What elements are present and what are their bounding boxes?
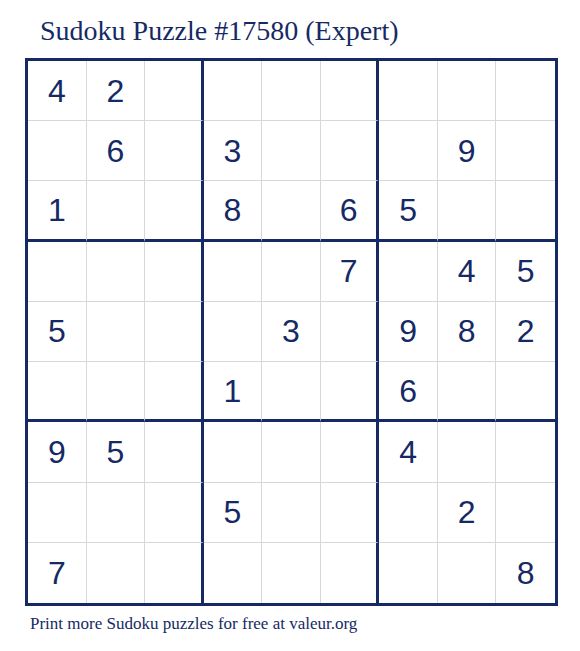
- cell-r4c6[interactable]: 7: [321, 242, 380, 302]
- cell-r3c4[interactable]: 8: [204, 181, 263, 241]
- cell-r6c5[interactable]: [262, 362, 321, 422]
- cell-r4c7[interactable]: [379, 242, 438, 302]
- page-title: Sudoku Puzzle #17580 (Expert): [40, 14, 399, 48]
- cell-r5c8[interactable]: 8: [438, 302, 497, 362]
- cell-r9c8[interactable]: [438, 543, 497, 603]
- cell-r8c9[interactable]: [496, 483, 555, 543]
- cell-r2c3[interactable]: [145, 121, 204, 181]
- cell-r6c4[interactable]: 1: [204, 362, 263, 422]
- cell-r7c5[interactable]: [262, 422, 321, 482]
- cell-r2c4[interactable]: 3: [204, 121, 263, 181]
- cell-r1c2[interactable]: 2: [87, 61, 146, 121]
- cell-r5c2[interactable]: [87, 302, 146, 362]
- cell-r9c9[interactable]: 8: [496, 543, 555, 603]
- cell-r8c7[interactable]: [379, 483, 438, 543]
- cell-r8c8[interactable]: 2: [438, 483, 497, 543]
- cell-r3c3[interactable]: [145, 181, 204, 241]
- cell-r1c1[interactable]: 4: [28, 61, 87, 121]
- cell-r9c7[interactable]: [379, 543, 438, 603]
- cell-r6c9[interactable]: [496, 362, 555, 422]
- cell-r6c6[interactable]: [321, 362, 380, 422]
- cell-r7c2[interactable]: 5: [87, 422, 146, 482]
- cell-r3c9[interactable]: [496, 181, 555, 241]
- cell-r2c8[interactable]: 9: [438, 121, 497, 181]
- cell-r8c5[interactable]: [262, 483, 321, 543]
- sudoku-board: 42639186574553982169545278: [25, 58, 558, 606]
- cell-r7c6[interactable]: [321, 422, 380, 482]
- cell-r3c1[interactable]: 1: [28, 181, 87, 241]
- cell-r8c3[interactable]: [145, 483, 204, 543]
- cell-r8c6[interactable]: [321, 483, 380, 543]
- cell-r3c2[interactable]: [87, 181, 146, 241]
- cell-r5c3[interactable]: [145, 302, 204, 362]
- cell-r4c5[interactable]: [262, 242, 321, 302]
- cell-r5c1[interactable]: 5: [28, 302, 87, 362]
- cell-r9c5[interactable]: [262, 543, 321, 603]
- cell-r1c3[interactable]: [145, 61, 204, 121]
- cell-r4c8[interactable]: 4: [438, 242, 497, 302]
- cell-r2c7[interactable]: [379, 121, 438, 181]
- cell-r5c6[interactable]: [321, 302, 380, 362]
- cell-r2c1[interactable]: [28, 121, 87, 181]
- cell-r1c5[interactable]: [262, 61, 321, 121]
- cell-r8c4[interactable]: 5: [204, 483, 263, 543]
- cell-r6c7[interactable]: 6: [379, 362, 438, 422]
- cell-r7c4[interactable]: [204, 422, 263, 482]
- cell-r4c9[interactable]: 5: [496, 242, 555, 302]
- cell-r6c2[interactable]: [87, 362, 146, 422]
- cell-r7c7[interactable]: 4: [379, 422, 438, 482]
- cell-r6c8[interactable]: [438, 362, 497, 422]
- cell-r1c7[interactable]: [379, 61, 438, 121]
- cell-r4c1[interactable]: [28, 242, 87, 302]
- cell-r9c2[interactable]: [87, 543, 146, 603]
- cell-r3c7[interactable]: 5: [379, 181, 438, 241]
- cell-r7c1[interactable]: 9: [28, 422, 87, 482]
- cell-r9c6[interactable]: [321, 543, 380, 603]
- sudoku-page: Sudoku Puzzle #17580 (Expert) 4263918657…: [0, 0, 580, 651]
- cell-r8c1[interactable]: [28, 483, 87, 543]
- cell-r7c9[interactable]: [496, 422, 555, 482]
- cell-r6c3[interactable]: [145, 362, 204, 422]
- cell-r5c4[interactable]: [204, 302, 263, 362]
- cell-r4c2[interactable]: [87, 242, 146, 302]
- cell-r1c8[interactable]: [438, 61, 497, 121]
- cell-r3c8[interactable]: [438, 181, 497, 241]
- cell-r5c5[interactable]: 3: [262, 302, 321, 362]
- cell-r7c3[interactable]: [145, 422, 204, 482]
- cell-r1c6[interactable]: [321, 61, 380, 121]
- cell-r9c3[interactable]: [145, 543, 204, 603]
- cell-r4c4[interactable]: [204, 242, 263, 302]
- cell-r3c5[interactable]: [262, 181, 321, 241]
- cell-r6c1[interactable]: [28, 362, 87, 422]
- footer-text: Print more Sudoku puzzles for free at va…: [30, 614, 357, 634]
- cell-r9c1[interactable]: 7: [28, 543, 87, 603]
- cell-r5c9[interactable]: 2: [496, 302, 555, 362]
- cell-r1c4[interactable]: [204, 61, 263, 121]
- cell-r4c3[interactable]: [145, 242, 204, 302]
- cell-r8c2[interactable]: [87, 483, 146, 543]
- cell-r2c6[interactable]: [321, 121, 380, 181]
- cell-r2c2[interactable]: 6: [87, 121, 146, 181]
- cell-r9c4[interactable]: [204, 543, 263, 603]
- cell-r3c6[interactable]: 6: [321, 181, 380, 241]
- cell-r2c9[interactable]: [496, 121, 555, 181]
- cell-r5c7[interactable]: 9: [379, 302, 438, 362]
- cell-r7c8[interactable]: [438, 422, 497, 482]
- cell-r1c9[interactable]: [496, 61, 555, 121]
- cell-r2c5[interactable]: [262, 121, 321, 181]
